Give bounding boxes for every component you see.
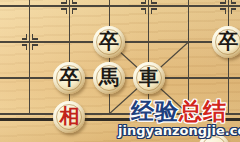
piece-character: 卒: [59, 67, 79, 87]
piece-black-g3[interactable]: 卒: [212, 26, 240, 58]
pieces-layer: 卒卒卒馬車相: [0, 0, 240, 142]
piece-black-e2[interactable]: 車: [133, 62, 165, 94]
piece-character: 卒: [218, 31, 238, 51]
xiangqi-board-screenshot: 卒卒卒馬車相 经验总结 jingyanzongjie.com: [0, 0, 240, 142]
piece-red-c1[interactable]: 相: [53, 101, 85, 133]
piece-character: 馬: [99, 67, 119, 87]
piece-black-d3[interactable]: 卒: [93, 26, 125, 58]
piece-character: 相: [59, 106, 79, 126]
piece-character: 車: [139, 67, 159, 87]
piece-bottom-partial[interactable]: [198, 133, 230, 142]
piece-character: 卒: [99, 31, 119, 51]
piece-black-d2[interactable]: 馬: [93, 62, 125, 94]
piece-black-c2[interactable]: 卒: [53, 62, 85, 94]
